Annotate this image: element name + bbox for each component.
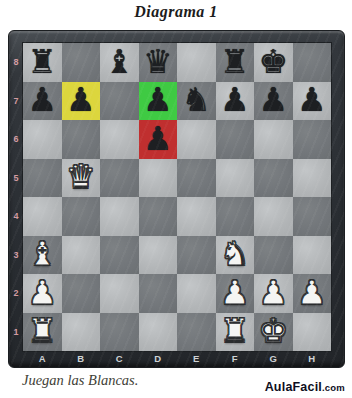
square-f3: ♞ — [216, 236, 255, 275]
black-queen: ♛ — [143, 45, 173, 78]
square-d6: ♟ — [139, 120, 178, 159]
square-c6 — [100, 120, 139, 159]
square-g6 — [254, 120, 293, 159]
square-b4 — [62, 197, 101, 236]
file-label-g: G — [254, 351, 293, 368]
black-rook: ♜ — [27, 45, 57, 78]
square-h2: ♟ — [293, 274, 332, 313]
black-pawn: ♟ — [297, 83, 327, 116]
square-b5: ♛ — [62, 159, 101, 198]
rank-label-2: 2 — [9, 274, 23, 313]
square-e3 — [177, 236, 216, 275]
square-e6 — [177, 120, 216, 159]
square-h7: ♟ — [293, 82, 332, 121]
rank-label-1: 1 — [9, 313, 23, 352]
rank-label-4: 4 — [9, 197, 23, 236]
black-pawn: ♟ — [220, 83, 250, 116]
white-pawn: ♟ — [220, 276, 250, 309]
square-a1: ♜ — [23, 313, 62, 352]
square-h8 — [293, 43, 332, 82]
square-f7: ♟ — [216, 82, 255, 121]
square-f1: ♜ — [216, 313, 255, 352]
black-king: ♚ — [258, 45, 288, 78]
square-e7: ♞ — [177, 82, 216, 121]
square-e1 — [177, 313, 216, 352]
square-e4 — [177, 197, 216, 236]
square-a8: ♜ — [23, 43, 62, 82]
chess-board: 87654321 ♜♝♛♜♚♟♟♟♞♟♟♟♟♛♝♞♟♟♟♟♜♜♚ ABCDEFG… — [8, 30, 345, 368]
square-e2 — [177, 274, 216, 313]
square-h5 — [293, 159, 332, 198]
square-f8: ♜ — [216, 43, 255, 82]
file-label-d: D — [139, 351, 178, 368]
square-f6 — [216, 120, 255, 159]
black-pawn: ♟ — [143, 122, 173, 155]
rank-label-3: 3 — [9, 236, 23, 275]
square-c5 — [100, 159, 139, 198]
square-c2 — [100, 274, 139, 313]
brand-logo: AulaFacil.com — [265, 377, 345, 395]
rank-label-5: 5 — [9, 159, 23, 198]
white-pawn: ♟ — [27, 276, 57, 309]
square-h1 — [293, 313, 332, 352]
square-e5 — [177, 159, 216, 198]
square-f4 — [216, 197, 255, 236]
square-b7: ♟ — [62, 82, 101, 121]
brand-name: AulaFacil — [265, 380, 322, 394]
square-g5 — [254, 159, 293, 198]
file-label-b: B — [62, 351, 101, 368]
square-a4 — [23, 197, 62, 236]
square-a7: ♟ — [23, 82, 62, 121]
square-a3: ♝ — [23, 236, 62, 275]
square-c4 — [100, 197, 139, 236]
square-g8: ♚ — [254, 43, 293, 82]
rank-label-6: 6 — [9, 120, 23, 159]
square-c1 — [100, 313, 139, 352]
file-labels: ABCDEFGH — [23, 351, 331, 368]
square-c8: ♝ — [100, 43, 139, 82]
square-a5 — [23, 159, 62, 198]
white-knight: ♞ — [220, 237, 250, 270]
square-h6 — [293, 120, 332, 159]
square-d1 — [139, 313, 178, 352]
square-g1: ♚ — [254, 313, 293, 352]
white-king: ♚ — [258, 314, 288, 347]
black-bishop: ♝ — [104, 45, 134, 78]
square-b8 — [62, 43, 101, 82]
black-pawn: ♟ — [66, 83, 96, 116]
square-h3 — [293, 236, 332, 275]
page: Diagrama 1 87654321 ♜♝♛♜♚♟♟♟♞♟♟♟♟♛♝♞♟♟♟♟… — [0, 0, 352, 398]
square-h4 — [293, 197, 332, 236]
square-d5 — [139, 159, 178, 198]
square-a2: ♟ — [23, 274, 62, 313]
file-label-c: C — [100, 351, 139, 368]
square-b6 — [62, 120, 101, 159]
file-label-e: E — [177, 351, 216, 368]
black-knight: ♞ — [181, 83, 211, 116]
file-label-f: F — [216, 351, 255, 368]
rank-label-7: 7 — [9, 82, 23, 121]
square-g2: ♟ — [254, 274, 293, 313]
square-d4 — [139, 197, 178, 236]
diagram-title: Diagrama 1 — [0, 3, 352, 21]
white-pawn: ♟ — [258, 276, 288, 309]
square-b2 — [62, 274, 101, 313]
square-g3 — [254, 236, 293, 275]
white-bishop: ♝ — [27, 237, 57, 270]
rank-label-8: 8 — [9, 43, 23, 82]
black-pawn: ♟ — [258, 83, 288, 116]
brand-suffix: .com — [322, 382, 345, 393]
square-d2 — [139, 274, 178, 313]
board-grid: ♜♝♛♜♚♟♟♟♞♟♟♟♟♛♝♞♟♟♟♟♜♜♚ — [23, 43, 331, 351]
square-d7: ♟ — [139, 82, 178, 121]
square-d8: ♛ — [139, 43, 178, 82]
white-pawn: ♟ — [297, 276, 327, 309]
black-rook: ♜ — [220, 45, 250, 78]
square-b1 — [62, 313, 101, 352]
white-rook: ♜ — [27, 314, 57, 347]
square-c3 — [100, 236, 139, 275]
square-g7: ♟ — [254, 82, 293, 121]
black-pawn: ♟ — [27, 83, 57, 116]
white-queen: ♛ — [66, 160, 96, 193]
square-d3 — [139, 236, 178, 275]
file-label-h: H — [293, 351, 332, 368]
caption-side-to-move: Juegan las Blancas. — [22, 372, 138, 389]
rank-labels: 87654321 — [9, 43, 23, 351]
square-e8 — [177, 43, 216, 82]
square-a6 — [23, 120, 62, 159]
square-c7 — [100, 82, 139, 121]
white-rook: ♜ — [220, 314, 250, 347]
file-label-a: A — [23, 351, 62, 368]
square-f5 — [216, 159, 255, 198]
square-b3 — [62, 236, 101, 275]
square-g4 — [254, 197, 293, 236]
black-pawn: ♟ — [143, 83, 173, 116]
square-f2: ♟ — [216, 274, 255, 313]
